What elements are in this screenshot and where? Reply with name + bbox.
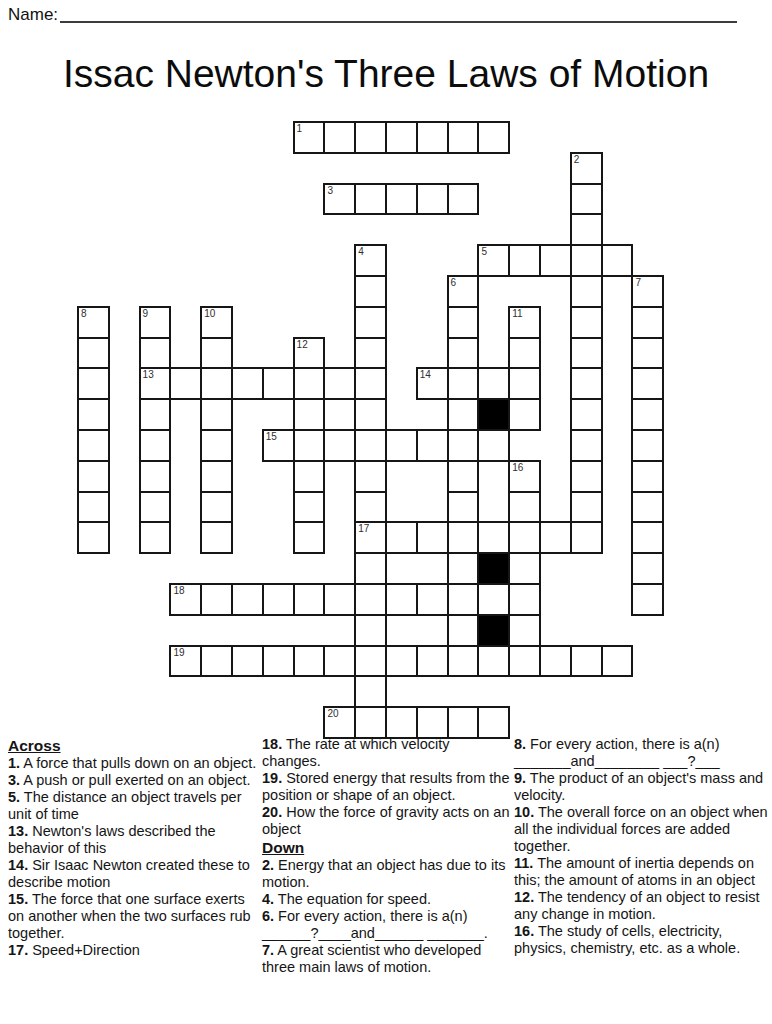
down-header: Down <box>262 838 510 857</box>
grid-cell[interactable] <box>631 398 664 431</box>
grid-cell[interactable]: 3 <box>323 183 356 216</box>
grid-cell[interactable]: 13 <box>139 367 172 400</box>
grid-cell[interactable] <box>231 367 264 400</box>
grid-cell[interactable] <box>200 583 233 616</box>
grid-cell[interactable] <box>354 275 387 308</box>
grid-cell[interactable] <box>293 367 326 400</box>
clue-number: 2. <box>262 857 274 873</box>
grid-cell[interactable] <box>508 244 541 277</box>
grid-cell[interactable] <box>601 244 634 277</box>
grid-cell[interactable] <box>354 121 387 154</box>
clue-number: 16. <box>514 923 534 939</box>
grid-cell[interactable] <box>508 367 541 400</box>
grid-cell-number: 19 <box>173 647 184 658</box>
grid-cell-number: 14 <box>420 369 431 380</box>
grid-cell[interactable] <box>293 521 326 554</box>
grid-cell[interactable] <box>416 429 449 462</box>
grid-cell[interactable] <box>631 552 664 585</box>
grid-cell[interactable]: 10 <box>200 306 233 339</box>
grid-cell[interactable] <box>139 429 172 462</box>
clue: 15. The force that one surface exerts on… <box>8 891 258 942</box>
grid-cell[interactable] <box>447 491 480 524</box>
grid-cell[interactable] <box>354 583 387 616</box>
clue-number: 4. <box>262 891 274 907</box>
clue-number: 18. <box>262 736 282 752</box>
grid-cell[interactable]: 14 <box>416 367 449 400</box>
grid-cell[interactable] <box>631 460 664 493</box>
grid-cell[interactable] <box>354 552 387 585</box>
clue-number: 8. <box>514 736 526 752</box>
grid-cell-number: 20 <box>327 708 338 719</box>
grid-cell-black <box>477 614 510 647</box>
grid-cell[interactable] <box>139 398 172 431</box>
grid-cell[interactable] <box>139 337 172 370</box>
grid-cell[interactable] <box>570 306 603 339</box>
clue: 3. A push or pull exerted on an object. <box>8 772 258 789</box>
grid-cell[interactable] <box>262 367 295 400</box>
grid-cell[interactable] <box>447 183 480 216</box>
clue: 10. The overall force on an object when … <box>514 804 768 855</box>
grid-cell[interactable] <box>416 121 449 154</box>
grid-cell[interactable] <box>508 491 541 524</box>
clue-number: 9. <box>514 770 526 786</box>
grid-cell[interactable] <box>293 491 326 524</box>
grid-cell[interactable] <box>231 645 264 678</box>
grid-cell-number: 5 <box>481 246 487 257</box>
clue: 12. The tendency of an object to resist … <box>514 889 768 923</box>
grid-cell[interactable] <box>77 398 110 431</box>
grid-cell[interactable] <box>601 645 634 678</box>
grid-cell[interactable] <box>139 491 172 524</box>
grid-cell[interactable] <box>293 645 326 678</box>
grid-cell[interactable] <box>631 429 664 462</box>
clue-number: 12. <box>514 889 534 905</box>
grid-cell[interactable] <box>200 367 233 400</box>
grid-cell[interactable] <box>293 460 326 493</box>
grid-cell[interactable] <box>508 583 541 616</box>
grid-cell-number: 11 <box>512 308 522 319</box>
grid-cell[interactable] <box>354 675 387 708</box>
grid-cell-number: 2 <box>574 154 580 165</box>
grid-cell[interactable] <box>385 183 418 216</box>
grid-cell[interactable] <box>477 121 510 154</box>
grid-cell[interactable] <box>416 706 449 739</box>
grid-cell[interactable] <box>354 614 387 647</box>
clue: 5. The distance an object travels per un… <box>8 789 258 823</box>
grid-cell-number: 3 <box>327 185 333 196</box>
grid-cell-number: 9 <box>143 308 149 319</box>
grid-cell[interactable] <box>447 614 480 647</box>
grid-cell[interactable] <box>631 306 664 339</box>
clue-number: 7. <box>262 942 274 958</box>
grid-cell[interactable] <box>139 460 172 493</box>
clue: 13. Newton's laws described the behavior… <box>8 823 258 857</box>
grid-cell-number: 18 <box>173 585 184 596</box>
grid-cell-black <box>477 398 510 431</box>
grid-cell[interactable] <box>631 491 664 524</box>
grid-cell[interactable] <box>385 583 418 616</box>
grid-cell-number: 17 <box>358 523 369 534</box>
grid-cell[interactable] <box>570 491 603 524</box>
clue: 7. A great scientist who developed three… <box>262 942 510 976</box>
grid-cell[interactable] <box>508 337 541 370</box>
grid-cell[interactable] <box>200 398 233 431</box>
grid-cell[interactable] <box>539 645 572 678</box>
grid-cell[interactable]: 12 <box>293 337 326 370</box>
grid-cell[interactable] <box>385 429 418 462</box>
grid-cell[interactable] <box>447 398 480 431</box>
grid-cell[interactable] <box>447 429 480 462</box>
grid-cell[interactable] <box>539 244 572 277</box>
grid-cell[interactable] <box>447 460 480 493</box>
grid-cell[interactable] <box>354 306 387 339</box>
clue: 2. Energy that an object has due to its … <box>262 857 510 891</box>
grid-cell[interactable] <box>354 367 387 400</box>
grid-cell[interactable] <box>262 583 295 616</box>
grid-cell[interactable] <box>570 429 603 462</box>
grid-cell-number: 16 <box>512 462 523 473</box>
grid-cell[interactable] <box>323 583 356 616</box>
grid-cell-number: 15 <box>266 431 277 442</box>
grid-cell[interactable] <box>570 213 603 246</box>
grid-cell-number: 13 <box>143 369 154 380</box>
grid-cell[interactable] <box>477 706 510 739</box>
clue-number: 6. <box>262 908 274 924</box>
grid-cell[interactable] <box>293 429 326 462</box>
grid-cell[interactable]: 7 <box>631 275 664 308</box>
grid-cell[interactable]: 5 <box>477 244 510 277</box>
grid-cell[interactable] <box>77 429 110 462</box>
grid-cell-black <box>477 552 510 585</box>
grid-cell[interactable] <box>539 521 572 554</box>
grid-cell[interactable] <box>77 521 110 554</box>
grid-cell[interactable] <box>385 645 418 678</box>
across-clues-part2: 18. The rate at which velocity changes.1… <box>262 736 510 838</box>
grid-cell[interactable] <box>139 521 172 554</box>
grid-cell[interactable] <box>416 521 449 554</box>
grid-cell[interactable] <box>323 645 356 678</box>
grid-cell[interactable] <box>354 460 387 493</box>
clue: 9. The product of an object's mass and v… <box>514 770 768 804</box>
grid-cell[interactable]: 8 <box>77 306 110 339</box>
grid-cell[interactable]: 4 <box>354 244 387 277</box>
clue-number: 14. <box>8 857 28 873</box>
grid-cell[interactable] <box>354 183 387 216</box>
clue-number: 11. <box>514 855 533 871</box>
clue: 6. For every action, there is a(n) _____… <box>262 908 510 942</box>
grid-cell[interactable] <box>508 552 541 585</box>
grid-cell[interactable]: 18 <box>169 583 202 616</box>
clue-number: 17. <box>8 942 28 958</box>
clue: 19. Stored energy that results from the … <box>262 770 510 804</box>
grid-cell[interactable]: 6 <box>447 275 480 308</box>
grid-cell[interactable] <box>570 244 603 277</box>
grid-cell[interactable] <box>385 706 418 739</box>
grid-cell-number: 1 <box>297 123 303 134</box>
grid-cell[interactable] <box>77 491 110 524</box>
clue: 1. A force that pulls down on an object. <box>8 755 258 772</box>
grid-cell[interactable] <box>323 429 356 462</box>
grid-cell[interactable] <box>508 645 541 678</box>
clue: 18. The rate at which velocity changes. <box>262 736 510 770</box>
down-clues-part1: 2. Energy that an object has due to its … <box>262 857 510 976</box>
grid-cell[interactable]: 11 <box>508 306 541 339</box>
grid-cell[interactable]: 15 <box>262 429 295 462</box>
grid-cell[interactable] <box>262 645 295 678</box>
clue-number: 13. <box>8 823 28 839</box>
grid-cell[interactable] <box>447 645 480 678</box>
grid-cell[interactable] <box>200 521 233 554</box>
grid-cell[interactable] <box>477 521 510 554</box>
clue: 11. The amount of inertia depends on thi… <box>514 855 768 889</box>
grid-cell[interactable] <box>293 583 326 616</box>
grid-cell[interactable] <box>570 367 603 400</box>
grid-cell[interactable] <box>508 614 541 647</box>
grid-cell[interactable] <box>77 337 110 370</box>
grid-cell[interactable] <box>447 552 480 585</box>
clues-column-2: 18. The rate at which velocity changes.1… <box>262 736 510 976</box>
grid-cell[interactable] <box>570 398 603 431</box>
grid-cell[interactable] <box>508 521 541 554</box>
name-label: Name: <box>8 5 58 25</box>
grid-cell[interactable] <box>477 583 510 616</box>
grid-cell[interactable] <box>477 645 510 678</box>
grid-cell[interactable] <box>354 645 387 678</box>
grid-cell[interactable] <box>477 429 510 462</box>
clue: 8. For every action, there is a(n) _____… <box>514 736 768 770</box>
grid-cell[interactable] <box>354 491 387 524</box>
grid-cell[interactable] <box>508 398 541 431</box>
grid-cell[interactable] <box>200 429 233 462</box>
clue-number: 3. <box>8 772 20 788</box>
grid-cell[interactable] <box>200 645 233 678</box>
grid-cell[interactable] <box>354 398 387 431</box>
grid-cell-number: 7 <box>635 277 641 288</box>
clue-number: 1. <box>8 755 20 771</box>
grid-cell[interactable] <box>447 367 480 400</box>
grid-cell[interactable] <box>200 337 233 370</box>
clue: 16. The study of cells, electricity, phy… <box>514 923 768 957</box>
grid-cell[interactable] <box>354 706 387 739</box>
grid-cell[interactable]: 16 <box>508 460 541 493</box>
clue: 17. Speed+Direction <box>8 942 258 959</box>
grid-cell[interactable] <box>570 337 603 370</box>
clue-number: 19. <box>262 770 282 786</box>
clue-number: 5. <box>8 789 20 805</box>
grid-cell[interactable] <box>570 460 603 493</box>
grid-cell[interactable] <box>447 583 480 616</box>
grid-cell[interactable] <box>354 337 387 370</box>
grid-cell[interactable] <box>231 583 264 616</box>
grid-cell[interactable] <box>385 121 418 154</box>
grid-cell[interactable] <box>570 645 603 678</box>
grid-cell[interactable]: 20 <box>323 706 356 739</box>
across-clues-part1: 1. A force that pulls down on an object.… <box>8 755 258 959</box>
grid-cell[interactable] <box>77 460 110 493</box>
across-header: Across <box>8 736 258 755</box>
grid-cell[interactable] <box>447 306 480 339</box>
grid-cell-number: 10 <box>204 308 215 319</box>
grid-cell[interactable] <box>416 645 449 678</box>
grid-cell[interactable] <box>293 398 326 431</box>
grid-cell[interactable] <box>354 429 387 462</box>
grid-cell[interactable] <box>570 275 603 308</box>
grid-cell[interactable] <box>447 706 480 739</box>
grid-cell[interactable] <box>323 121 356 154</box>
grid-cell[interactable] <box>631 521 664 554</box>
clue-number: 20. <box>262 804 282 820</box>
grid-cell[interactable] <box>570 521 603 554</box>
grid-cell[interactable] <box>570 183 603 216</box>
grid-cell[interactable] <box>416 583 449 616</box>
grid-cell[interactable] <box>477 367 510 400</box>
clue: 4. The equation for speed. <box>262 891 510 908</box>
grid-cell[interactable] <box>631 337 664 370</box>
grid-cell-number: 6 <box>451 277 457 288</box>
grid-cell[interactable]: 17 <box>354 521 387 554</box>
grid-cell[interactable] <box>385 521 418 554</box>
grid-cell[interactable] <box>323 367 356 400</box>
grid-cell[interactable] <box>77 367 110 400</box>
grid-cell[interactable]: 1 <box>293 121 326 154</box>
clue: 20. How the force of gravity acts on an … <box>262 804 510 838</box>
name-blank-line[interactable] <box>60 7 737 23</box>
page-title: Issac Newton's Three Laws of Motion <box>0 52 772 96</box>
crossword-grid: 1234567891011121314151617181920 <box>77 121 663 738</box>
clue: 14. Sir Isaac Newton created these to de… <box>8 857 258 891</box>
grid-cell-number: 12 <box>297 339 308 350</box>
grid-cell[interactable] <box>447 521 480 554</box>
grid-cell[interactable] <box>416 183 449 216</box>
clue-number: 15. <box>8 891 28 907</box>
clue-number: 10. <box>514 804 534 820</box>
grid-cell[interactable] <box>169 367 202 400</box>
grid-cell-number: 4 <box>358 246 364 257</box>
grid-cell[interactable]: 2 <box>570 152 603 185</box>
clues-column-3: 8. For every action, there is a(n) _____… <box>514 736 768 957</box>
down-clues-part2: 8. For every action, there is a(n) _____… <box>514 736 768 957</box>
grid-cell-number: 8 <box>81 308 87 319</box>
grid-cell[interactable]: 19 <box>169 645 202 678</box>
clues-column-1: Across 1. A force that pulls down on an … <box>8 736 258 959</box>
grid-cell[interactable] <box>447 121 480 154</box>
grid-cell[interactable]: 9 <box>139 306 172 339</box>
grid-cell[interactable] <box>447 337 480 370</box>
grid-cell[interactable] <box>200 491 233 524</box>
grid-cell[interactable] <box>631 583 664 616</box>
grid-cell[interactable] <box>200 460 233 493</box>
grid-cell[interactable] <box>631 367 664 400</box>
